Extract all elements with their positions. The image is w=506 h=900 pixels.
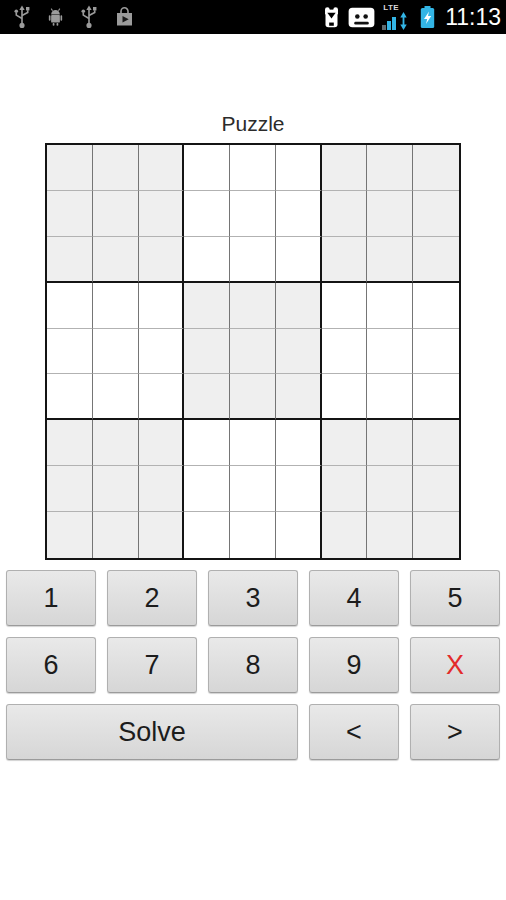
sudoku-cell-r4c8[interactable] [367, 283, 413, 329]
sudoku-cell-r3c7[interactable] [322, 237, 368, 283]
keypad-row-2: 6 7 8 9 X [6, 637, 500, 693]
sudoku-cell-r1c2[interactable] [93, 145, 139, 191]
sudoku-cell-r3c5[interactable] [230, 237, 276, 283]
sudoku-cell-r6c9[interactable] [413, 374, 459, 420]
sudoku-cell-r5c6[interactable] [276, 329, 322, 375]
sudoku-cell-r3c9[interactable] [413, 237, 459, 283]
sudoku-cell-r4c6[interactable] [276, 283, 322, 329]
sudoku-cell-r9c8[interactable] [367, 512, 413, 558]
key-clear[interactable]: X [410, 637, 500, 693]
sudoku-cell-r8c2[interactable] [93, 466, 139, 512]
sudoku-cell-r3c1[interactable] [47, 237, 93, 283]
sudoku-cell-r5c3[interactable] [139, 329, 185, 375]
sudoku-cell-r6c6[interactable] [276, 374, 322, 420]
sudoku-cell-r2c9[interactable] [413, 191, 459, 237]
sudoku-cell-r8c9[interactable] [413, 466, 459, 512]
sudoku-cell-r6c1[interactable] [47, 374, 93, 420]
sudoku-cell-r1c8[interactable] [367, 145, 413, 191]
prev-button[interactable]: < [309, 704, 399, 760]
sudoku-cell-r5c8[interactable] [367, 329, 413, 375]
lte-signal-icon: LTE [382, 4, 413, 30]
sudoku-cell-r4c2[interactable] [93, 283, 139, 329]
sudoku-cell-r1c4[interactable] [184, 145, 230, 191]
usb-icon [12, 5, 32, 29]
sudoku-cell-r7c5[interactable] [230, 420, 276, 466]
sudoku-cell-r5c9[interactable] [413, 329, 459, 375]
sudoku-cell-r9c3[interactable] [139, 512, 185, 558]
sudoku-cell-r5c7[interactable] [322, 329, 368, 375]
sudoku-cell-r9c4[interactable] [184, 512, 230, 558]
sudoku-cell-r2c2[interactable] [93, 191, 139, 237]
sudoku-cell-r2c6[interactable] [276, 191, 322, 237]
sudoku-cell-r7c6[interactable] [276, 420, 322, 466]
sudoku-cell-r7c2[interactable] [93, 420, 139, 466]
next-button[interactable]: > [410, 704, 500, 760]
sudoku-cell-r7c4[interactable] [184, 420, 230, 466]
sudoku-cell-r7c1[interactable] [47, 420, 93, 466]
sudoku-cell-r4c1[interactable] [47, 283, 93, 329]
sudoku-cell-r1c9[interactable] [413, 145, 459, 191]
sudoku-cell-r2c3[interactable] [139, 191, 185, 237]
sudoku-cell-r6c7[interactable] [322, 374, 368, 420]
sudoku-cell-r6c8[interactable] [367, 374, 413, 420]
key-2[interactable]: 2 [107, 570, 197, 626]
sudoku-cell-r3c6[interactable] [276, 237, 322, 283]
key-3[interactable]: 3 [208, 570, 298, 626]
sudoku-cell-r8c4[interactable] [184, 466, 230, 512]
sudoku-cell-r8c5[interactable] [230, 466, 276, 512]
status-bar-left-icons [12, 5, 137, 29]
sudoku-cell-r8c7[interactable] [322, 466, 368, 512]
key-1[interactable]: 1 [6, 570, 96, 626]
sudoku-board [45, 143, 461, 560]
key-5[interactable]: 5 [410, 570, 500, 626]
network-type-label: LTE [383, 4, 399, 12]
sudoku-cell-r2c8[interactable] [367, 191, 413, 237]
sudoku-cell-r9c5[interactable] [230, 512, 276, 558]
status-bar-clock: 11:13 [445, 0, 501, 34]
usb-icon [79, 5, 99, 29]
sudoku-cell-r5c1[interactable] [47, 329, 93, 375]
sudoku-cell-r3c8[interactable] [367, 237, 413, 283]
sudoku-cell-r1c1[interactable] [47, 145, 93, 191]
sudoku-cell-r4c7[interactable] [322, 283, 368, 329]
sudoku-cell-r2c4[interactable] [184, 191, 230, 237]
sudoku-cell-r7c3[interactable] [139, 420, 185, 466]
key-6[interactable]: 6 [6, 637, 96, 693]
key-7[interactable]: 7 [107, 637, 197, 693]
sudoku-cell-r6c4[interactable] [184, 374, 230, 420]
sudoku-cell-r6c3[interactable] [139, 374, 185, 420]
sudoku-cell-r6c2[interactable] [93, 374, 139, 420]
page-title: Puzzle [0, 112, 506, 136]
sudoku-cell-r8c3[interactable] [139, 466, 185, 512]
sudoku-cell-r9c2[interactable] [93, 512, 139, 558]
battery-charging-icon [420, 5, 435, 29]
solve-button[interactable]: Solve [6, 704, 298, 760]
sudoku-cell-r5c5[interactable] [230, 329, 276, 375]
sudoku-cell-r5c2[interactable] [93, 329, 139, 375]
sudoku-cell-r2c5[interactable] [230, 191, 276, 237]
key-8[interactable]: 8 [208, 637, 298, 693]
sudoku-cell-r2c1[interactable] [47, 191, 93, 237]
sudoku-cell-r4c9[interactable] [413, 283, 459, 329]
sudoku-cell-r2c7[interactable] [322, 191, 368, 237]
sudoku-cell-r9c1[interactable] [47, 512, 93, 558]
keypad: 1 2 3 4 5 6 7 8 9 X Solve < > [6, 570, 500, 771]
sudoku-cell-r1c5[interactable] [230, 145, 276, 191]
sudoku-cell-r1c3[interactable] [139, 145, 185, 191]
key-4[interactable]: 4 [309, 570, 399, 626]
status-bar-right-icons: LTE 11:13 [322, 0, 501, 34]
sudoku-cell-r3c4[interactable] [184, 237, 230, 283]
sudoku-cell-r8c6[interactable] [276, 466, 322, 512]
play-store-download-icon [112, 5, 137, 29]
sudoku-cell-r3c3[interactable] [139, 237, 185, 283]
sudoku-cell-r1c7[interactable] [322, 145, 368, 191]
keypad-row-1: 1 2 3 4 5 [6, 570, 500, 626]
sudoku-cell-r3c2[interactable] [93, 237, 139, 283]
sudoku-cell-r6c5[interactable] [230, 374, 276, 420]
emulator-face-icon [348, 7, 375, 28]
sudoku-cell-r4c5[interactable] [230, 283, 276, 329]
sudoku-cell-r8c8[interactable] [367, 466, 413, 512]
status-bar: LTE 11:13 [0, 0, 506, 34]
sudoku-cell-r4c3[interactable] [139, 283, 185, 329]
sudoku-cell-r9c7[interactable] [322, 512, 368, 558]
sudoku-cell-r9c9[interactable] [413, 512, 459, 558]
sudoku-cell-r7c7[interactable] [322, 420, 368, 466]
sudoku-cell-r8c1[interactable] [47, 466, 93, 512]
android-debug-icon [45, 6, 66, 28]
sudoku-cell-r1c6[interactable] [276, 145, 322, 191]
sudoku-cell-r7c9[interactable] [413, 420, 459, 466]
keypad-row-3: Solve < > [6, 704, 500, 760]
key-9[interactable]: 9 [309, 637, 399, 693]
sudoku-cell-r5c4[interactable] [184, 329, 230, 375]
sudoku-cell-r7c8[interactable] [367, 420, 413, 466]
sudoku-cell-r9c6[interactable] [276, 512, 322, 558]
sudoku-cell-r4c4[interactable] [184, 283, 230, 329]
robot-face-icon [322, 5, 341, 29]
